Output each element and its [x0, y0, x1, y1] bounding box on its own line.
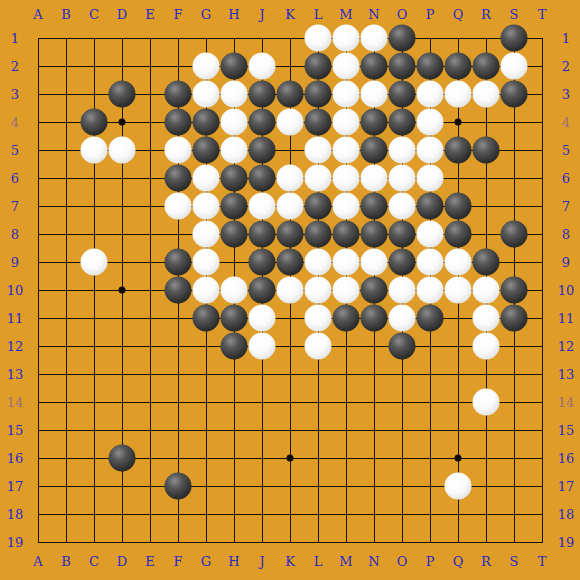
- black-stone-O12: [389, 333, 416, 360]
- column-label-bottom: O: [397, 555, 408, 568]
- white-stone-M10: [333, 277, 360, 304]
- column-label-top: N: [368, 8, 379, 21]
- white-stone-N3: [361, 81, 388, 108]
- black-stone-N5: [361, 137, 388, 164]
- row-label-left: 15: [7, 424, 24, 437]
- column-label-bottom: G: [201, 555, 211, 568]
- grid-line-horizontal: [38, 346, 543, 347]
- white-stone-K7: [277, 193, 304, 220]
- white-stone-G9: [193, 249, 220, 276]
- white-stone-F5: [165, 137, 192, 164]
- column-label-top: A: [33, 8, 42, 21]
- row-label-right: 2: [562, 60, 570, 73]
- row-label-left: 19: [7, 536, 24, 549]
- row-label-left: 18: [7, 508, 24, 521]
- white-stone-F7: [165, 193, 192, 220]
- column-label-bottom: P: [426, 555, 435, 568]
- row-label-right: 1: [562, 32, 570, 45]
- white-stone-L1: [305, 25, 332, 52]
- white-stone-O6: [389, 165, 416, 192]
- column-label-bottom: M: [339, 555, 352, 568]
- white-stone-L6: [305, 165, 332, 192]
- white-stone-M5: [333, 137, 360, 164]
- column-label-bottom: Q: [453, 555, 464, 568]
- column-label-top: R: [481, 8, 491, 21]
- white-stone-C9: [81, 249, 108, 276]
- black-stone-F4: [165, 109, 192, 136]
- black-stone-Q2: [445, 53, 472, 80]
- black-stone-K9: [277, 249, 304, 276]
- black-stone-H8: [221, 221, 248, 248]
- black-stone-N11: [361, 305, 388, 332]
- row-label-right: 12: [558, 340, 575, 353]
- row-label-right: 5: [562, 144, 570, 157]
- column-label-bottom: K: [285, 555, 295, 568]
- white-stone-H4: [221, 109, 248, 136]
- white-stone-O7: [389, 193, 416, 220]
- black-stone-L7: [305, 193, 332, 220]
- star-point: [287, 455, 294, 462]
- white-stone-J2: [249, 53, 276, 80]
- white-stone-R12: [473, 333, 500, 360]
- row-label-left: 9: [11, 256, 19, 269]
- column-label-top: M: [339, 8, 352, 21]
- column-label-bottom: F: [173, 555, 182, 568]
- row-label-right: 18: [558, 508, 575, 521]
- white-stone-N9: [361, 249, 388, 276]
- row-label-left: 5: [11, 144, 19, 157]
- black-stone-H11: [221, 305, 248, 332]
- white-stone-Q3: [445, 81, 472, 108]
- black-stone-F3: [165, 81, 192, 108]
- white-stone-M3: [333, 81, 360, 108]
- white-stone-C5: [81, 137, 108, 164]
- row-label-left: 16: [7, 452, 24, 465]
- row-label-left: 6: [11, 172, 19, 185]
- grid-line-horizontal: [38, 402, 543, 403]
- black-stone-Q7: [445, 193, 472, 220]
- white-stone-P10: [417, 277, 444, 304]
- white-stone-M6: [333, 165, 360, 192]
- white-stone-G8: [193, 221, 220, 248]
- column-label-bottom: A: [33, 555, 42, 568]
- column-label-bottom: L: [314, 555, 323, 568]
- white-stone-K10: [277, 277, 304, 304]
- black-stone-N10: [361, 277, 388, 304]
- row-label-right: 14: [558, 396, 575, 409]
- row-label-left: 4: [11, 116, 19, 129]
- white-stone-Q17: [445, 473, 472, 500]
- black-stone-L3: [305, 81, 332, 108]
- white-stone-D5: [109, 137, 136, 164]
- black-stone-F17: [165, 473, 192, 500]
- white-stone-J12: [249, 333, 276, 360]
- white-stone-J7: [249, 193, 276, 220]
- grid-line-horizontal: [38, 514, 543, 515]
- row-label-left: 7: [11, 200, 19, 213]
- row-label-right: 9: [562, 256, 570, 269]
- white-stone-R3: [473, 81, 500, 108]
- black-stone-L8: [305, 221, 332, 248]
- black-stone-G11: [193, 305, 220, 332]
- black-stone-J9: [249, 249, 276, 276]
- black-stone-M11: [333, 305, 360, 332]
- black-stone-N2: [361, 53, 388, 80]
- black-stone-S1: [501, 25, 528, 52]
- go-board[interactable]: AABBCCDDEEFFGGHHJJKKLLMMNNOOPPQQRRSSTT11…: [0, 0, 580, 580]
- white-stone-H10: [221, 277, 248, 304]
- column-label-bottom: D: [117, 555, 127, 568]
- column-label-bottom: J: [259, 555, 264, 568]
- black-stone-P2: [417, 53, 444, 80]
- column-label-top: K: [285, 8, 295, 21]
- white-stone-P5: [417, 137, 444, 164]
- column-label-top: F: [173, 8, 182, 21]
- column-label-bottom: N: [368, 555, 379, 568]
- row-label-left: 3: [11, 88, 19, 101]
- white-stone-P9: [417, 249, 444, 276]
- column-label-top: Q: [453, 8, 464, 21]
- row-label-right: 7: [562, 200, 570, 213]
- row-label-right: 17: [558, 480, 575, 493]
- star-point: [119, 119, 126, 126]
- white-stone-M2: [333, 53, 360, 80]
- black-stone-R9: [473, 249, 500, 276]
- white-stone-N1: [361, 25, 388, 52]
- black-stone-O9: [389, 249, 416, 276]
- white-stone-R10: [473, 277, 500, 304]
- column-label-top: T: [538, 8, 547, 21]
- star-point: [119, 287, 126, 294]
- column-label-bottom: R: [481, 555, 491, 568]
- black-stone-P11: [417, 305, 444, 332]
- column-label-top: H: [228, 8, 239, 21]
- white-stone-N6: [361, 165, 388, 192]
- row-label-left: 10: [7, 284, 24, 297]
- column-label-top: L: [314, 8, 323, 21]
- white-stone-M1: [333, 25, 360, 52]
- row-label-right: 13: [558, 368, 575, 381]
- white-stone-G3: [193, 81, 220, 108]
- white-stone-K6: [277, 165, 304, 192]
- column-label-bottom: E: [145, 555, 155, 568]
- grid-line-horizontal: [38, 430, 543, 431]
- white-stone-Q9: [445, 249, 472, 276]
- star-point: [455, 455, 462, 462]
- column-label-top: P: [426, 8, 435, 21]
- column-label-bottom: T: [538, 555, 547, 568]
- white-stone-O11: [389, 305, 416, 332]
- black-stone-Q5: [445, 137, 472, 164]
- black-stone-J8: [249, 221, 276, 248]
- white-stone-M9: [333, 249, 360, 276]
- column-label-top: E: [145, 8, 155, 21]
- white-stone-O5: [389, 137, 416, 164]
- column-label-top: B: [61, 8, 71, 21]
- white-stone-R11: [473, 305, 500, 332]
- column-label-top: J: [259, 8, 264, 21]
- row-label-left: 2: [11, 60, 19, 73]
- white-stone-S2: [501, 53, 528, 80]
- black-stone-F6: [165, 165, 192, 192]
- black-stone-H7: [221, 193, 248, 220]
- white-stone-L10: [305, 277, 332, 304]
- black-stone-N7: [361, 193, 388, 220]
- grid-line-horizontal: [38, 374, 543, 375]
- black-stone-S8: [501, 221, 528, 248]
- white-stone-Q10: [445, 277, 472, 304]
- black-stone-K3: [277, 81, 304, 108]
- row-label-left: 8: [11, 228, 19, 241]
- black-stone-P7: [417, 193, 444, 220]
- black-stone-H6: [221, 165, 248, 192]
- white-stone-K4: [277, 109, 304, 136]
- column-label-top: D: [117, 8, 127, 21]
- black-stone-S10: [501, 277, 528, 304]
- white-stone-H3: [221, 81, 248, 108]
- white-stone-L11: [305, 305, 332, 332]
- white-stone-M7: [333, 193, 360, 220]
- grid-line-vertical: [542, 38, 543, 543]
- black-stone-D16: [109, 445, 136, 472]
- row-label-left: 14: [7, 396, 24, 409]
- column-label-top: O: [397, 8, 408, 21]
- row-label-left: 17: [7, 480, 24, 493]
- black-stone-R5: [473, 137, 500, 164]
- white-stone-L9: [305, 249, 332, 276]
- white-stone-G10: [193, 277, 220, 304]
- white-stone-L5: [305, 137, 332, 164]
- black-stone-H12: [221, 333, 248, 360]
- white-stone-P6: [417, 165, 444, 192]
- column-label-bottom: C: [89, 555, 99, 568]
- grid-line-horizontal: [38, 542, 543, 543]
- column-label-top: S: [510, 8, 519, 21]
- white-stone-R14: [473, 389, 500, 416]
- row-label-right: 10: [558, 284, 575, 297]
- black-stone-F9: [165, 249, 192, 276]
- black-stone-J6: [249, 165, 276, 192]
- column-label-bottom: S: [510, 555, 519, 568]
- black-stone-J5: [249, 137, 276, 164]
- black-stone-D3: [109, 81, 136, 108]
- black-stone-O3: [389, 81, 416, 108]
- black-stone-N8: [361, 221, 388, 248]
- column-label-top: G: [201, 8, 211, 21]
- row-label-left: 1: [11, 32, 19, 45]
- white-stone-M4: [333, 109, 360, 136]
- star-point: [455, 119, 462, 126]
- black-stone-G4: [193, 109, 220, 136]
- row-label-right: 4: [562, 116, 570, 129]
- black-stone-O8: [389, 221, 416, 248]
- row-label-right: 8: [562, 228, 570, 241]
- row-label-right: 11: [558, 312, 575, 325]
- column-label-bottom: H: [228, 555, 239, 568]
- white-stone-P8: [417, 221, 444, 248]
- row-label-right: 15: [558, 424, 575, 437]
- row-label-right: 3: [562, 88, 570, 101]
- white-stone-G2: [193, 53, 220, 80]
- row-label-left: 13: [7, 368, 24, 381]
- row-label-right: 19: [558, 536, 575, 549]
- black-stone-J4: [249, 109, 276, 136]
- white-stone-P3: [417, 81, 444, 108]
- black-stone-J10: [249, 277, 276, 304]
- column-label-bottom: B: [61, 555, 71, 568]
- black-stone-L2: [305, 53, 332, 80]
- black-stone-M8: [333, 221, 360, 248]
- row-label-left: 12: [7, 340, 24, 353]
- black-stone-R2: [473, 53, 500, 80]
- row-label-left: 11: [7, 312, 24, 325]
- black-stone-F10: [165, 277, 192, 304]
- black-stone-C4: [81, 109, 108, 136]
- grid-line-horizontal: [38, 318, 543, 319]
- white-stone-J11: [249, 305, 276, 332]
- row-label-right: 6: [562, 172, 570, 185]
- white-stone-P4: [417, 109, 444, 136]
- column-label-top: C: [89, 8, 99, 21]
- black-stone-L4: [305, 109, 332, 136]
- white-stone-L12: [305, 333, 332, 360]
- black-stone-G5: [193, 137, 220, 164]
- white-stone-H5: [221, 137, 248, 164]
- white-stone-G7: [193, 193, 220, 220]
- white-stone-O10: [389, 277, 416, 304]
- black-stone-O2: [389, 53, 416, 80]
- black-stone-H2: [221, 53, 248, 80]
- black-stone-O4: [389, 109, 416, 136]
- black-stone-S11: [501, 305, 528, 332]
- black-stone-Q8: [445, 221, 472, 248]
- row-label-right: 16: [558, 452, 575, 465]
- black-stone-K8: [277, 221, 304, 248]
- white-stone-G6: [193, 165, 220, 192]
- black-stone-S3: [501, 81, 528, 108]
- black-stone-O1: [389, 25, 416, 52]
- black-stone-N4: [361, 109, 388, 136]
- black-stone-J3: [249, 81, 276, 108]
